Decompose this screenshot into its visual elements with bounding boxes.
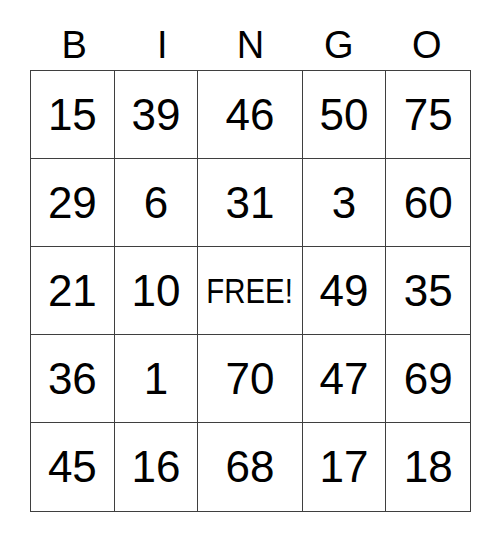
cell-value: 69 [404, 357, 453, 401]
free-cell[interactable]: FREE! [198, 247, 302, 335]
cell-r1c2[interactable]: 39 [115, 71, 199, 159]
cell-r1c5[interactable]: 75 [386, 71, 470, 159]
cell-value: 60 [404, 181, 453, 225]
cell-r3c2[interactable]: 10 [115, 247, 199, 335]
cell-value: 47 [319, 357, 368, 401]
column-letter-b: B [30, 0, 118, 70]
cell-value: 36 [48, 357, 97, 401]
cell-value: 15 [48, 93, 97, 137]
cell-value: 50 [319, 93, 368, 137]
cell-value: 29 [48, 181, 97, 225]
cell-value: 6 [144, 181, 168, 225]
cell-r4c3[interactable]: 70 [198, 335, 302, 423]
cell-value: 46 [226, 93, 275, 137]
cell-r4c1[interactable]: 36 [31, 335, 115, 423]
cell-value: 10 [132, 269, 181, 313]
cell-r2c1[interactable]: 29 [31, 159, 115, 247]
cell-r3c4[interactable]: 49 [303, 247, 387, 335]
cell-r5c5[interactable]: 18 [386, 423, 470, 511]
column-letter-g: G [295, 0, 383, 70]
bingo-card: B I N G O 15 39 46 50 75 29 6 31 3 60 21… [30, 0, 471, 512]
cell-value: 16 [132, 445, 181, 489]
cell-r2c4[interactable]: 3 [303, 159, 387, 247]
bingo-header: B I N G O [30, 0, 471, 70]
cell-r1c4[interactable]: 50 [303, 71, 387, 159]
column-letter-i: I [118, 0, 206, 70]
cell-r3c1[interactable]: 21 [31, 247, 115, 335]
cell-value: 35 [404, 269, 453, 313]
column-letter-o: O [383, 0, 471, 70]
cell-value: 3 [332, 181, 356, 225]
cell-r5c3[interactable]: 68 [198, 423, 302, 511]
cell-value: 70 [226, 357, 275, 401]
cell-value: 39 [132, 93, 181, 137]
cell-r1c1[interactable]: 15 [31, 71, 115, 159]
bingo-grid: 15 39 46 50 75 29 6 31 3 60 21 10 FREE! … [30, 70, 471, 512]
cell-value: 21 [48, 269, 97, 313]
free-cell-label: FREE! [207, 273, 294, 308]
cell-r4c5[interactable]: 69 [386, 335, 470, 423]
cell-value: 49 [319, 269, 368, 313]
column-letter-n: N [206, 0, 294, 70]
cell-r4c2[interactable]: 1 [115, 335, 199, 423]
cell-r5c4[interactable]: 17 [303, 423, 387, 511]
cell-r3c5[interactable]: 35 [386, 247, 470, 335]
cell-value: 18 [404, 445, 453, 489]
cell-r2c5[interactable]: 60 [386, 159, 470, 247]
cell-r1c3[interactable]: 46 [198, 71, 302, 159]
cell-value: 17 [319, 445, 368, 489]
cell-r4c4[interactable]: 47 [303, 335, 387, 423]
cell-r5c1[interactable]: 45 [31, 423, 115, 511]
cell-value: 1 [144, 357, 168, 401]
cell-value: 75 [404, 93, 453, 137]
bingo-card-page: B I N G O 15 39 46 50 75 29 6 31 3 60 21… [0, 0, 500, 544]
cell-value: 68 [226, 445, 275, 489]
cell-value: 31 [226, 181, 275, 225]
cell-r5c2[interactable]: 16 [115, 423, 199, 511]
cell-value: 45 [48, 445, 97, 489]
cell-r2c2[interactable]: 6 [115, 159, 199, 247]
cell-r2c3[interactable]: 31 [198, 159, 302, 247]
